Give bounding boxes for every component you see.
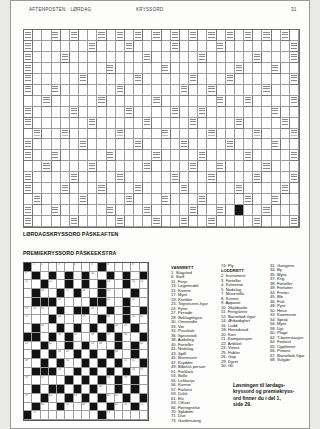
answer-cell[interactable]: [97, 129, 106, 140]
answer-cell[interactable]: [125, 139, 134, 150]
answer-cell[interactable]: [131, 394, 139, 403]
answer-cell[interactable]: [244, 118, 253, 129]
answer-cell[interactable]: [70, 194, 79, 205]
answer-cell[interactable]: [272, 52, 281, 63]
answer-cell[interactable]: [162, 161, 171, 172]
answer-cell[interactable]: 2: [41, 263, 49, 272]
answer-cell[interactable]: [180, 118, 189, 129]
answer-cell[interactable]: [281, 172, 290, 183]
answer-cell[interactable]: [41, 411, 49, 420]
answer-cell[interactable]: 73: [107, 411, 115, 420]
answer-cell[interactable]: [116, 41, 125, 52]
answer-cell[interactable]: [140, 289, 148, 298]
answer-cell[interactable]: 59: [123, 376, 131, 385]
answer-cell[interactable]: [235, 30, 244, 41]
answer-cell[interactable]: [52, 172, 61, 183]
answer-cell[interactable]: [171, 63, 180, 74]
answer-cell[interactable]: [42, 30, 51, 41]
answer-cell[interactable]: [74, 315, 82, 324]
answer-cell[interactable]: [290, 139, 299, 150]
answer-cell[interactable]: [143, 150, 152, 161]
answer-cell[interactable]: [61, 216, 70, 227]
answer-cell[interactable]: [140, 350, 148, 359]
answer-cell[interactable]: [42, 118, 51, 129]
answer-cell[interactable]: [162, 41, 171, 52]
answer-cell[interactable]: [49, 307, 57, 316]
answer-cell[interactable]: [140, 411, 148, 420]
answer-cell[interactable]: [134, 150, 143, 161]
answer-cell[interactable]: [253, 194, 262, 205]
answer-cell[interactable]: [116, 52, 125, 63]
answer-cell[interactable]: [171, 52, 180, 63]
answer-cell[interactable]: [198, 41, 207, 52]
answer-cell[interactable]: 28: [57, 315, 65, 324]
answer-cell[interactable]: [82, 324, 90, 333]
answer-cell[interactable]: 57: [41, 376, 49, 385]
answer-cell[interactable]: [198, 118, 207, 129]
answer-cell[interactable]: 7: [115, 263, 123, 272]
answer-cell[interactable]: [253, 139, 262, 150]
answer-cell[interactable]: 12: [49, 280, 57, 289]
answer-cell[interactable]: [253, 30, 262, 41]
answer-cell[interactable]: 40: [123, 333, 131, 342]
answer-cell[interactable]: [70, 41, 79, 52]
answer-cell[interactable]: 1: [32, 263, 40, 272]
answer-cell[interactable]: [61, 74, 70, 85]
answer-cell[interactable]: [65, 263, 73, 272]
answer-cell[interactable]: [180, 96, 189, 107]
answer-cell[interactable]: [65, 411, 73, 420]
answer-cell[interactable]: 32: [140, 315, 148, 324]
answer-cell[interactable]: [107, 342, 115, 351]
answer-cell[interactable]: [226, 63, 235, 74]
answer-cell[interactable]: [125, 85, 134, 96]
answer-cell[interactable]: [42, 139, 51, 150]
answer-cell[interactable]: [180, 63, 189, 74]
answer-cell[interactable]: [33, 107, 42, 118]
answer-cell[interactable]: [281, 41, 290, 52]
answer-cell[interactable]: [52, 118, 61, 129]
answer-cell[interactable]: [143, 194, 152, 205]
answer-cell[interactable]: [57, 272, 65, 281]
answer-cell[interactable]: [207, 194, 216, 205]
answer-cell[interactable]: [207, 150, 216, 161]
answer-cell[interactable]: 44: [98, 342, 106, 351]
answer-cell[interactable]: [52, 216, 61, 227]
answer-cell[interactable]: [125, 30, 134, 41]
answer-cell[interactable]: [262, 172, 271, 183]
answer-cell[interactable]: [70, 129, 79, 140]
answer-cell[interactable]: [207, 52, 216, 63]
answer-cell[interactable]: [65, 315, 73, 324]
answer-cell[interactable]: [180, 194, 189, 205]
answer-cell[interactable]: [88, 150, 97, 161]
answer-cell[interactable]: 19: [107, 289, 115, 298]
answer-cell[interactable]: 43: [90, 342, 98, 351]
answer-cell[interactable]: 62: [49, 394, 57, 403]
answer-cell[interactable]: [226, 205, 235, 216]
answer-cell[interactable]: [235, 150, 244, 161]
answer-cell[interactable]: [98, 307, 106, 316]
answer-cell[interactable]: [290, 194, 299, 205]
answer-cell[interactable]: [143, 216, 152, 227]
answer-cell[interactable]: [162, 96, 171, 107]
answer-cell[interactable]: [162, 183, 171, 194]
answer-cell[interactable]: [180, 107, 189, 118]
answer-cell[interactable]: [290, 118, 299, 129]
answer-cell[interactable]: [24, 324, 32, 333]
answer-cell[interactable]: 31: [131, 315, 139, 324]
answer-cell[interactable]: [226, 194, 235, 205]
answer-cell[interactable]: [98, 350, 106, 359]
answer-cell[interactable]: [65, 385, 73, 394]
answer-cell[interactable]: [24, 289, 32, 298]
answer-cell[interactable]: [281, 85, 290, 96]
answer-cell[interactable]: [244, 183, 253, 194]
answer-cell[interactable]: [79, 30, 88, 41]
answer-cell[interactable]: [61, 63, 70, 74]
answer-cell[interactable]: 22: [131, 298, 139, 307]
answer-cell[interactable]: 14: [131, 280, 139, 289]
answer-cell[interactable]: [79, 205, 88, 216]
answer-cell[interactable]: [107, 107, 116, 118]
answer-cell[interactable]: [97, 63, 106, 74]
answer-cell[interactable]: [116, 183, 125, 194]
answer-cell[interactable]: 52: [131, 359, 139, 368]
answer-cell[interactable]: [70, 183, 79, 194]
answer-cell[interactable]: [244, 139, 253, 150]
answer-cell[interactable]: 56: [24, 376, 32, 385]
answer-cell[interactable]: [79, 161, 88, 172]
answer-cell[interactable]: 34: [115, 324, 123, 333]
answer-cell[interactable]: [116, 205, 125, 216]
answer-cell[interactable]: 38: [90, 333, 98, 342]
answer-cell[interactable]: [79, 129, 88, 140]
answer-cell[interactable]: [57, 394, 65, 403]
answer-cell[interactable]: [152, 107, 161, 118]
answer-cell[interactable]: [107, 30, 116, 41]
answer-cell[interactable]: 41: [24, 342, 32, 351]
answer-cell[interactable]: [79, 52, 88, 63]
answer-cell[interactable]: [235, 41, 244, 52]
answer-cell[interactable]: 54: [131, 368, 139, 377]
answer-cell[interactable]: [290, 30, 299, 41]
answer-cell[interactable]: [61, 96, 70, 107]
answer-cell[interactable]: [171, 129, 180, 140]
answer-cell[interactable]: [281, 63, 290, 74]
answer-cell[interactable]: [52, 52, 61, 63]
answer-cell[interactable]: [107, 194, 116, 205]
answer-cell[interactable]: [97, 194, 106, 205]
answer-cell[interactable]: [244, 161, 253, 172]
answer-cell[interactable]: [33, 74, 42, 85]
answer-cell[interactable]: [226, 118, 235, 129]
answer-cell[interactable]: [97, 150, 106, 161]
answer-cell[interactable]: [52, 41, 61, 52]
answer-cell[interactable]: [74, 298, 82, 307]
answer-cell[interactable]: [123, 263, 131, 272]
answer-cell[interactable]: [272, 172, 281, 183]
answer-cell[interactable]: [98, 368, 106, 377]
answer-cell[interactable]: [244, 41, 253, 52]
answer-cell[interactable]: [52, 63, 61, 74]
answer-cell[interactable]: [272, 216, 281, 227]
answer-cell[interactable]: [82, 263, 90, 272]
answer-cell[interactable]: [24, 194, 33, 205]
answer-cell[interactable]: [116, 96, 125, 107]
answer-cell[interactable]: [262, 96, 271, 107]
answer-cell[interactable]: [171, 118, 180, 129]
answer-cell[interactable]: [32, 342, 40, 351]
answer-cell[interactable]: [235, 161, 244, 172]
answer-cell[interactable]: [272, 183, 281, 194]
answer-cell[interactable]: [41, 333, 49, 342]
answer-cell[interactable]: [207, 139, 216, 150]
answer-cell[interactable]: [152, 194, 161, 205]
answer-cell[interactable]: [226, 96, 235, 107]
answer-cell[interactable]: [244, 205, 253, 216]
answer-cell[interactable]: [116, 74, 125, 85]
answer-cell[interactable]: [152, 205, 161, 216]
answer-cell[interactable]: [42, 194, 51, 205]
answer-cell[interactable]: [88, 85, 97, 96]
answer-cell[interactable]: [140, 298, 148, 307]
answer-cell[interactable]: [217, 183, 226, 194]
answer-cell[interactable]: [162, 52, 171, 63]
answer-cell[interactable]: [262, 129, 271, 140]
answer-cell[interactable]: 53: [57, 368, 65, 377]
answer-cell[interactable]: [253, 150, 262, 161]
answer-cell[interactable]: [134, 118, 143, 129]
answer-cell[interactable]: [207, 96, 216, 107]
answer-cell[interactable]: [180, 74, 189, 85]
answer-cell[interactable]: [152, 41, 161, 52]
answer-cell[interactable]: [79, 96, 88, 107]
answer-cell[interactable]: [235, 194, 244, 205]
answer-cell[interactable]: [125, 183, 134, 194]
answer-cell[interactable]: [88, 183, 97, 194]
answer-cell[interactable]: [33, 85, 42, 96]
answer-cell[interactable]: [116, 107, 125, 118]
answer-cell[interactable]: [189, 139, 198, 150]
answer-cell[interactable]: [180, 41, 189, 52]
answer-cell[interactable]: [198, 216, 207, 227]
answer-cell[interactable]: [61, 107, 70, 118]
answer-cell[interactable]: [272, 96, 281, 107]
answer-cell[interactable]: 21: [107, 298, 115, 307]
answer-cell[interactable]: [198, 172, 207, 183]
answer-cell[interactable]: [33, 139, 42, 150]
answer-cell[interactable]: [189, 216, 198, 227]
answer-cell[interactable]: [79, 85, 88, 96]
answer-cell[interactable]: 16: [41, 289, 49, 298]
answer-cell[interactable]: [134, 194, 143, 205]
answer-cell[interactable]: [143, 183, 152, 194]
answer-cell[interactable]: 37: [74, 333, 82, 342]
answer-cell[interactable]: [33, 183, 42, 194]
answer-cell[interactable]: [162, 139, 171, 150]
answer-cell[interactable]: [61, 41, 70, 52]
answer-cell[interactable]: [70, 161, 79, 172]
answer-cell[interactable]: [97, 172, 106, 183]
answer-cell[interactable]: [152, 139, 161, 150]
answer-cell[interactable]: [217, 30, 226, 41]
answer-cell[interactable]: 15: [140, 280, 148, 289]
answer-cell[interactable]: [49, 263, 57, 272]
answer-cell[interactable]: 27: [24, 315, 32, 324]
answer-cell[interactable]: 26: [90, 307, 98, 316]
answer-cell[interactable]: [70, 85, 79, 96]
answer-cell[interactable]: [226, 85, 235, 96]
answer-cell[interactable]: [162, 205, 171, 216]
answer-cell[interactable]: [57, 342, 65, 351]
answer-cell[interactable]: [171, 150, 180, 161]
answer-cell[interactable]: 47: [65, 350, 73, 359]
answer-cell[interactable]: [115, 315, 123, 324]
answer-cell[interactable]: [24, 96, 33, 107]
answer-cell[interactable]: [41, 385, 49, 394]
answer-cell[interactable]: [226, 107, 235, 118]
answer-cell[interactable]: 63: [74, 394, 82, 403]
answer-cell[interactable]: [115, 307, 123, 316]
answer-cell[interactable]: [49, 324, 57, 333]
answer-cell[interactable]: [143, 107, 152, 118]
answer-cell[interactable]: [107, 96, 116, 107]
answer-cell[interactable]: [116, 161, 125, 172]
answer-cell[interactable]: 60: [98, 385, 106, 394]
answer-cell[interactable]: [125, 172, 134, 183]
answer-cell[interactable]: [152, 172, 161, 183]
answer-cell[interactable]: [262, 74, 271, 85]
answer-cell[interactable]: [244, 216, 253, 227]
answer-cell[interactable]: [235, 52, 244, 63]
answer-cell[interactable]: [41, 272, 49, 281]
answer-cell[interactable]: [281, 107, 290, 118]
answer-cell[interactable]: [253, 161, 262, 172]
answer-cell[interactable]: [253, 205, 262, 216]
answer-cell[interactable]: [123, 411, 131, 420]
answer-cell[interactable]: [88, 172, 97, 183]
answer-cell[interactable]: [152, 63, 161, 74]
answer-cell[interactable]: 66: [41, 403, 49, 412]
answer-cell[interactable]: [88, 74, 97, 85]
answer-cell[interactable]: [207, 183, 216, 194]
answer-cell[interactable]: [180, 150, 189, 161]
answer-cell[interactable]: [198, 129, 207, 140]
answer-cell[interactable]: [52, 107, 61, 118]
answer-cell[interactable]: [97, 107, 106, 118]
answer-cell[interactable]: [65, 368, 73, 377]
answer-cell[interactable]: [262, 52, 271, 63]
answer-cell[interactable]: [226, 216, 235, 227]
answer-cell[interactable]: [88, 194, 97, 205]
answer-cell[interactable]: 45: [140, 342, 148, 351]
answer-cell[interactable]: [189, 96, 198, 107]
answer-cell[interactable]: [107, 85, 116, 96]
answer-cell[interactable]: 11: [24, 280, 32, 289]
answer-cell[interactable]: [162, 74, 171, 85]
answer-cell[interactable]: [70, 205, 79, 216]
answer-cell[interactable]: [88, 30, 97, 41]
answer-cell[interactable]: [33, 118, 42, 129]
answer-cell[interactable]: [97, 52, 106, 63]
answer-cell[interactable]: [281, 74, 290, 85]
answer-cell[interactable]: [180, 172, 189, 183]
answer-cell[interactable]: [107, 52, 116, 63]
answer-cell[interactable]: [79, 118, 88, 129]
answer-cell[interactable]: [88, 139, 97, 150]
answer-cell[interactable]: [235, 216, 244, 227]
answer-cell[interactable]: 18: [82, 289, 90, 298]
answer-cell[interactable]: [79, 150, 88, 161]
answer-cell[interactable]: [57, 280, 65, 289]
answer-cell[interactable]: [97, 205, 106, 216]
answer-cell[interactable]: [198, 161, 207, 172]
answer-cell[interactable]: [52, 74, 61, 85]
answer-cell[interactable]: 5: [90, 263, 98, 272]
answer-cell[interactable]: [115, 411, 123, 420]
answer-cell[interactable]: [134, 205, 143, 216]
answer-cell[interactable]: [32, 376, 40, 385]
answer-cell[interactable]: [198, 30, 207, 41]
answer-cell[interactable]: [125, 52, 134, 63]
answer-cell[interactable]: [42, 129, 51, 140]
answer-cell[interactable]: [143, 41, 152, 52]
answer-cell[interactable]: [226, 129, 235, 140]
answer-cell[interactable]: [189, 41, 198, 52]
answer-cell[interactable]: [98, 272, 106, 281]
answer-cell[interactable]: [88, 52, 97, 63]
answer-cell[interactable]: [235, 74, 244, 85]
answer-cell[interactable]: [88, 205, 97, 216]
answer-cell[interactable]: [82, 411, 90, 420]
answer-cell[interactable]: [290, 161, 299, 172]
answer-cell[interactable]: [281, 205, 290, 216]
answer-cell[interactable]: 42: [49, 342, 57, 351]
answer-cell[interactable]: [262, 41, 271, 52]
answer-cell[interactable]: [290, 183, 299, 194]
answer-cell[interactable]: [281, 52, 290, 63]
answer-cell[interactable]: [217, 85, 226, 96]
answer-cell[interactable]: 33: [41, 324, 49, 333]
answer-cell[interactable]: [198, 183, 207, 194]
answer-cell[interactable]: [162, 150, 171, 161]
answer-cell[interactable]: 64: [107, 394, 115, 403]
answer-cell[interactable]: [70, 74, 79, 85]
answer-cell[interactable]: [226, 183, 235, 194]
answer-cell[interactable]: [88, 63, 97, 74]
answer-cell[interactable]: [74, 411, 82, 420]
answer-cell[interactable]: 10: [90, 272, 98, 281]
answer-cell[interactable]: [88, 96, 97, 107]
answer-cell[interactable]: [131, 333, 139, 342]
answer-cell[interactable]: [171, 161, 180, 172]
answer-cell[interactable]: 65: [115, 394, 123, 403]
answer-cell[interactable]: [152, 129, 161, 140]
answer-cell[interactable]: [125, 150, 134, 161]
answer-cell[interactable]: [226, 161, 235, 172]
answer-cell[interactable]: [189, 52, 198, 63]
answer-cell[interactable]: [272, 30, 281, 41]
answer-cell[interactable]: [262, 107, 271, 118]
answer-cell[interactable]: 46: [57, 350, 65, 359]
answer-cell[interactable]: 13: [107, 280, 115, 289]
answer-cell[interactable]: [97, 74, 106, 85]
answer-cell[interactable]: [90, 315, 98, 324]
answer-cell[interactable]: [52, 194, 61, 205]
answer-cell[interactable]: [33, 52, 42, 63]
answer-cell[interactable]: [262, 150, 271, 161]
